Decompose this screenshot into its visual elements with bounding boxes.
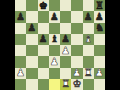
black-rook[interactable]: ♜ — [95, 0, 104, 10]
square-c2[interactable] — [38, 68, 49, 79]
white-rook[interactable]: ♜ — [61, 79, 70, 89]
square-f7[interactable] — [71, 11, 82, 22]
square-h3[interactable] — [94, 56, 105, 67]
square-a2[interactable]: ♟ — [15, 68, 26, 79]
black-pawn[interactable]: ♟ — [16, 11, 25, 21]
square-b6[interactable]: ♟ — [26, 23, 37, 34]
square-b8[interactable] — [26, 0, 37, 11]
square-f8[interactable] — [71, 0, 82, 11]
square-c5[interactable]: ♟ — [38, 34, 49, 45]
white-pawn[interactable]: ♟ — [16, 68, 25, 78]
black-knight[interactable]: ♞ — [95, 23, 104, 33]
black-pawn[interactable]: ♟ — [95, 11, 104, 21]
square-d8[interactable] — [49, 0, 60, 11]
square-c3[interactable] — [38, 56, 49, 67]
black-bishop[interactable]: ♝ — [50, 34, 59, 44]
square-a1[interactable] — [15, 79, 26, 90]
square-h1[interactable] — [94, 79, 105, 90]
square-d7[interactable]: ♟ — [49, 11, 60, 22]
square-h2[interactable]: ♟ — [94, 68, 105, 79]
white-pawn[interactable]: ♟ — [61, 45, 70, 55]
square-a8[interactable] — [15, 0, 26, 11]
square-g1[interactable] — [83, 79, 94, 90]
square-a6[interactable] — [15, 23, 26, 34]
app-background: ♚♜♟♟♟♟♟♞♟♝♟♝♟♟♟♟♜♟♜♚ — [0, 0, 120, 90]
square-g5[interactable]: ♝ — [83, 34, 94, 45]
square-e1[interactable]: ♜ — [60, 79, 71, 90]
square-e5[interactable]: ♟ — [60, 34, 71, 45]
square-g6[interactable] — [83, 23, 94, 34]
square-h5[interactable] — [94, 34, 105, 45]
square-e4[interactable]: ♟ — [60, 45, 71, 56]
square-a5[interactable] — [15, 34, 26, 45]
square-d1[interactable] — [49, 79, 60, 90]
square-d2[interactable] — [49, 68, 60, 79]
square-b3[interactable] — [26, 56, 37, 67]
square-h6[interactable]: ♞ — [94, 23, 105, 34]
square-f3[interactable] — [71, 56, 82, 67]
white-rook[interactable]: ♜ — [84, 68, 93, 78]
square-a4[interactable] — [15, 45, 26, 56]
square-d5[interactable]: ♝ — [49, 34, 60, 45]
square-d4[interactable] — [49, 45, 60, 56]
chess-board: ♚♜♟♟♟♟♟♞♟♝♟♝♟♟♟♟♜♟♜♚ — [15, 0, 105, 90]
white-bishop[interactable]: ♝ — [84, 34, 93, 44]
square-c7[interactable] — [38, 11, 49, 22]
square-e7[interactable] — [60, 11, 71, 22]
square-b2[interactable] — [26, 68, 37, 79]
white-king[interactable]: ♚ — [72, 79, 81, 89]
square-g4[interactable] — [83, 45, 94, 56]
square-f4[interactable] — [71, 45, 82, 56]
black-pawn[interactable]: ♟ — [50, 11, 59, 21]
square-c4[interactable] — [38, 45, 49, 56]
square-c6[interactable] — [38, 23, 49, 34]
square-e3[interactable] — [60, 56, 71, 67]
black-pawn[interactable]: ♟ — [39, 34, 48, 44]
square-b4[interactable] — [26, 45, 37, 56]
square-g3[interactable] — [83, 56, 94, 67]
square-h4[interactable] — [94, 45, 105, 56]
square-b5[interactable] — [26, 34, 37, 45]
square-h7[interactable]: ♟ — [94, 11, 105, 22]
square-d3[interactable]: ♟ — [49, 56, 60, 67]
square-e8[interactable] — [60, 0, 71, 11]
square-a7[interactable]: ♟ — [15, 11, 26, 22]
square-g8[interactable] — [83, 0, 94, 11]
square-h8[interactable]: ♜ — [94, 0, 105, 11]
black-king[interactable]: ♚ — [39, 0, 48, 10]
white-pawn[interactable]: ♟ — [95, 68, 104, 78]
black-pawn[interactable]: ♟ — [27, 23, 36, 33]
square-b1[interactable] — [26, 79, 37, 90]
square-e6[interactable] — [60, 23, 71, 34]
white-pawn[interactable]: ♟ — [72, 68, 81, 78]
square-b7[interactable] — [26, 11, 37, 22]
square-f1[interactable]: ♚ — [71, 79, 82, 90]
square-f5[interactable] — [71, 34, 82, 45]
square-e2[interactable] — [60, 68, 71, 79]
square-g7[interactable]: ♟ — [83, 11, 94, 22]
square-f6[interactable] — [71, 23, 82, 34]
square-f2[interactable]: ♟ — [71, 68, 82, 79]
black-pawn[interactable]: ♟ — [61, 34, 70, 44]
square-a3[interactable] — [15, 56, 26, 67]
black-pawn[interactable]: ♟ — [84, 11, 93, 21]
square-c1[interactable] — [38, 79, 49, 90]
square-c8[interactable]: ♚ — [38, 0, 49, 11]
square-d6[interactable] — [49, 23, 60, 34]
white-pawn[interactable]: ♟ — [50, 56, 59, 66]
square-g2[interactable]: ♜ — [83, 68, 94, 79]
